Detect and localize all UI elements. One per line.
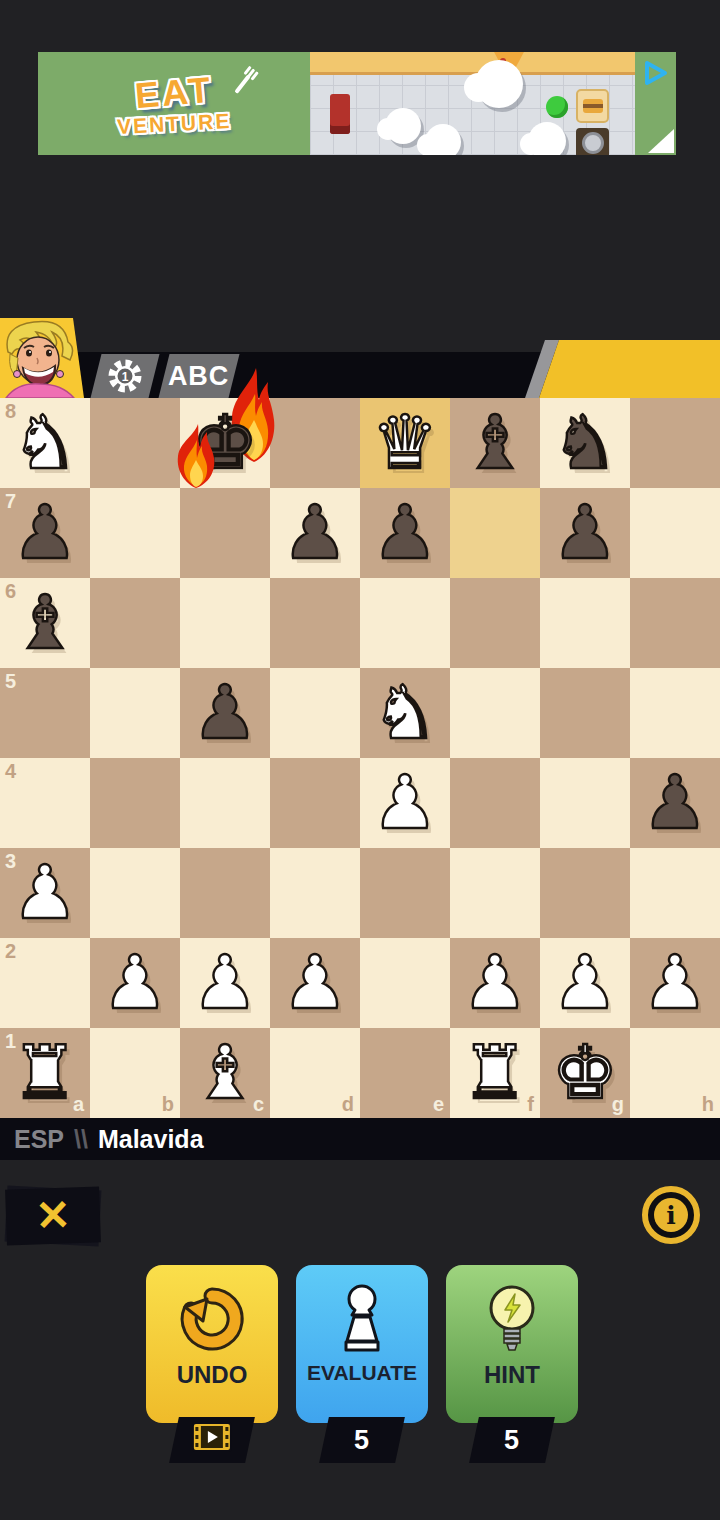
undo-icon [177,1281,247,1355]
undo-cost-tag [169,1417,255,1463]
square-b1[interactable]: b [90,1028,180,1118]
chef-figure [528,122,566,155]
ad-corner-logo [648,129,674,153]
ad-banner[interactable]: EAT VENTURE [38,52,676,155]
rank-label-6: 6 [5,580,16,603]
square-b6[interactable] [90,578,180,668]
rank-label-3: 3 [5,850,16,873]
square-h2[interactable]: ♟ [630,938,720,1028]
evaluate-button[interactable]: EVALUATE 5 [296,1265,428,1423]
white-pawn-h2[interactable]: ♟ [630,938,720,1028]
close-icon: ✕ [35,1194,72,1237]
black-pawn-h4[interactable]: ♟ [630,758,720,848]
square-e1[interactable]: e [360,1028,450,1118]
square-b4[interactable] [90,758,180,848]
separator: \\ [74,1125,88,1154]
black-pawn-e7[interactable]: ♟ [360,488,450,578]
chef-figure [475,60,523,108]
square-d7[interactable]: ♟ [270,488,360,578]
square-g4[interactable] [540,758,630,848]
file-label-g: g [612,1093,624,1116]
action-card-row: UNDO [146,1265,578,1423]
hint-count: 5 [504,1425,519,1456]
hint-count-tag: 5 [469,1417,555,1463]
square-d1[interactable]: d [270,1028,360,1118]
square-e5[interactable]: ♞ [360,668,450,758]
white-pawn-g2[interactable]: ♟ [540,938,630,1028]
square-h3[interactable] [630,848,720,938]
square-f6[interactable] [450,578,540,668]
ad-kitchen-wall [310,52,635,75]
square-d3[interactable] [270,848,360,938]
square-e4[interactable]: ♟ [360,758,450,848]
evaluate-icon [330,1281,394,1355]
file-label-d: d [342,1093,354,1116]
undo-button[interactable]: UNDO [146,1265,278,1423]
square-c5[interactable]: ♟ [180,668,270,758]
hint-label: HINT [484,1361,540,1389]
white-pawn-d2[interactable]: ♟ [270,938,360,1028]
square-g8[interactable]: ♞ [540,398,630,488]
square-d4[interactable] [270,758,360,848]
square-e6[interactable] [360,578,450,668]
square-c1[interactable]: c♝ [180,1028,270,1118]
square-a3[interactable]: 3♟ [0,848,90,938]
rank-label-8: 8 [5,400,16,423]
square-e8[interactable]: ♛ [360,398,450,488]
square-f7[interactable] [450,488,540,578]
evaluate-count-tag: 5 [319,1417,405,1463]
square-g7[interactable]: ♟ [540,488,630,578]
ad-choices-icon[interactable] [643,60,669,86]
evaluate-count: 5 [354,1425,369,1456]
player-avatar[interactable] [0,318,86,398]
language-label: ESP [14,1125,64,1154]
gear-icon: 1 [105,356,145,396]
ad-appliance [330,94,350,134]
black-pawn-c5[interactable]: ♟ [180,668,270,758]
square-e3[interactable] [360,848,450,938]
file-label-a: a [73,1093,84,1116]
square-h4[interactable]: ♟ [630,758,720,848]
ad-pot [576,128,609,155]
square-g3[interactable] [540,848,630,938]
video-ad-icon [192,1422,232,1452]
white-knight-e5[interactable]: ♞ [360,668,450,758]
square-a1[interactable]: 1a♜ [0,1028,90,1118]
chef-figure [425,124,461,155]
info-button[interactable]: i [642,1186,700,1244]
fork-icon [229,64,262,99]
square-f2[interactable]: ♟ [450,938,540,1028]
square-a6[interactable]: 6♝ [0,578,90,668]
rank-label-4: 4 [5,760,16,783]
square-h7[interactable] [630,488,720,578]
chef-figure [385,108,421,144]
square-f8[interactable]: ♝ [450,398,540,488]
square-c8[interactable]: ♚ [180,398,270,488]
square-c2[interactable]: ♟ [180,938,270,1028]
square-f1[interactable]: f♜ [450,1028,540,1118]
rank-label-1: 1 [5,1030,16,1053]
square-h6[interactable] [630,578,720,668]
white-pawn-f2[interactable]: ♟ [450,938,540,1028]
square-e2[interactable] [360,938,450,1028]
hint-icon [480,1281,544,1355]
square-b5[interactable] [90,668,180,758]
file-label-c: c [253,1093,264,1116]
close-button[interactable]: ✕ [6,1188,100,1244]
square-h8[interactable] [630,398,720,488]
square-c3[interactable] [180,848,270,938]
ad-logo-panel: EAT VENTURE [38,52,310,155]
square-g6[interactable] [540,578,630,668]
square-a4[interactable]: 4 [0,758,90,848]
check-flame-icon [174,424,218,492]
site-label: Malavida [98,1125,204,1154]
square-e7[interactable]: ♟ [360,488,450,578]
ad-burger-order [576,89,609,123]
file-label-h: h [702,1093,714,1116]
square-c6[interactable] [180,578,270,668]
info-icon: i [654,1198,688,1232]
file-label-b: b [162,1093,174,1116]
rank-label-5: 5 [5,670,16,693]
chess-board[interactable]: 8♞ ♚♛♝♞7♟♟♟♟6♝5♟♞4♟♟3♟2♟♟♟♟♟♟1a♜bc♝def♜g… [0,398,720,1118]
square-b8[interactable] [90,398,180,488]
ad-side-panel [635,52,676,155]
rank-label-2: 2 [5,940,16,963]
square-h5[interactable] [630,668,720,758]
black-knight-g8[interactable]: ♞ [540,398,630,488]
gear-level-badge: 1 [116,367,135,386]
square-a2[interactable]: 2 [0,938,90,1028]
square-g1[interactable]: g♚ [540,1028,630,1118]
square-h1[interactable]: h [630,1028,720,1118]
square-f5[interactable] [450,668,540,758]
hint-button[interactable]: HINT 5 [446,1265,578,1423]
square-c4[interactable] [180,758,270,848]
square-f4[interactable] [450,758,540,848]
black-pawn-g7[interactable]: ♟ [540,488,630,578]
file-label-e: e [433,1093,444,1116]
white-pawn-e4[interactable]: ♟ [360,758,450,848]
square-f3[interactable] [450,848,540,938]
square-d2[interactable]: ♟ [270,938,360,1028]
square-g2[interactable]: ♟ [540,938,630,1028]
ad-ingredient [546,96,568,118]
white-pawn-c2[interactable]: ♟ [180,938,270,1028]
ad-game-screenshot [310,52,635,155]
square-d5[interactable] [270,668,360,758]
square-b7[interactable] [90,488,180,578]
rank-label-7: 7 [5,490,16,513]
white-pawn-b2[interactable]: ♟ [90,938,180,1028]
white-queen-e8[interactable]: ♛ [360,398,450,488]
square-d6[interactable] [270,578,360,668]
black-pawn-d7[interactable]: ♟ [270,488,360,578]
black-bishop-f8[interactable]: ♝ [450,398,540,488]
source-bar: ESP \\ Malavida [0,1118,720,1160]
square-g5[interactable] [540,668,630,758]
settings-button[interactable]: 1 [91,354,160,398]
square-a7[interactable]: 7♟ [0,488,90,578]
square-b3[interactable] [90,848,180,938]
evaluate-label: EVALUATE [307,1361,417,1385]
square-a8[interactable]: 8♞ [0,398,90,488]
square-c7[interactable] [180,488,270,578]
ad-logo-line2: VENTURE [116,109,231,139]
square-d8[interactable] [270,398,360,488]
avatar-illustration [0,318,86,398]
square-b2[interactable]: ♟ [90,938,180,1028]
undo-label: UNDO [177,1361,248,1389]
file-label-f: f [527,1093,534,1116]
abc-label: ABC [168,361,230,392]
square-a5[interactable]: 5 [0,668,90,758]
